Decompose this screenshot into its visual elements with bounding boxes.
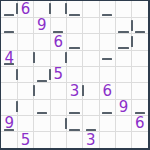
sudoku-cell[interactable] [1,83,17,99]
sudoku-cell[interactable] [1,132,17,148]
sudoku-cell-given[interactable]: 5 [50,66,66,82]
sudoku-cell[interactable] [66,50,82,66]
consecutive-mark-vertical [33,52,35,63]
consecutive-mark-horizontal [69,47,79,49]
board-inner: 696453699653 [1,1,148,148]
sudoku-cell[interactable] [50,83,66,99]
consecutive-mark-horizontal [86,129,96,131]
sudoku-cell[interactable] [50,50,66,66]
sudoku-cell[interactable] [99,115,115,131]
sudoku-cell[interactable] [66,17,82,33]
sudoku-cell-given[interactable]: 9 [34,17,50,33]
sudoku-cell[interactable] [34,83,50,99]
sudoku-cell[interactable] [115,115,131,131]
sudoku-cell[interactable] [83,99,99,115]
consecutive-mark-vertical [131,36,133,47]
sudoku-cell[interactable] [34,115,50,131]
sudoku-cell[interactable] [17,115,33,131]
sudoku-cell[interactable] [50,132,66,148]
sudoku-cell[interactable] [1,99,17,115]
sudoku-cell[interactable] [34,34,50,50]
sudoku-cell[interactable] [115,132,131,148]
sudoku-cell[interactable] [99,17,115,33]
sudoku-cell-given[interactable]: 3 [83,132,99,148]
consecutive-mark-horizontal [37,80,47,82]
sudoku-cell[interactable] [17,83,33,99]
sudoku-cell[interactable] [17,34,33,50]
consecutive-mark-horizontal [135,31,145,33]
consecutive-mark-vertical [131,20,133,31]
sudoku-cell[interactable] [115,50,131,66]
sudoku-cell[interactable] [50,115,66,131]
consecutive-mark-horizontal [118,31,128,33]
sudoku-cell[interactable] [50,1,66,17]
sudoku-cell[interactable] [132,66,148,82]
sudoku-cell[interactable] [83,66,99,82]
sudoku-cell[interactable] [34,132,50,148]
sudoku-cell[interactable] [115,1,131,17]
consecutive-mark-horizontal [4,31,14,33]
sudoku-cell[interactable] [17,66,33,82]
sudoku-cell-given[interactable]: 6 [99,83,115,99]
consecutive-mark-vertical [49,69,51,80]
consecutive-mark-horizontal [118,47,128,49]
sudoku-cell[interactable] [50,99,66,115]
sudoku-cell[interactable] [17,50,33,66]
sudoku-board: 696453699653 [0,0,150,150]
sudoku-cell[interactable] [66,66,82,82]
sudoku-cell[interactable] [83,50,99,66]
sudoku-cell[interactable] [1,34,17,50]
sudoku-cell[interactable] [83,34,99,50]
sudoku-cell-given[interactable]: 6 [132,115,148,131]
sudoku-cell-given[interactable]: 5 [17,132,33,148]
sudoku-cell-given[interactable]: 3 [66,83,82,99]
sudoku-cell[interactable] [34,50,50,66]
sudoku-cell[interactable] [115,83,131,99]
sudoku-cell[interactable] [83,17,99,33]
consecutive-mark-vertical [82,85,84,96]
consecutive-mark-vertical [33,85,35,96]
sudoku-cell-given[interactable]: 6 [17,1,33,17]
consecutive-mark-horizontal [4,129,14,131]
consecutive-mark-vertical [49,3,51,14]
sudoku-cell[interactable] [132,34,148,50]
sudoku-cell[interactable] [66,132,82,148]
sudoku-cell[interactable] [132,132,148,148]
consecutive-mark-horizontal [69,129,79,131]
sudoku-cell[interactable] [34,1,50,17]
sudoku-cell[interactable] [132,50,148,66]
sudoku-cell[interactable] [17,99,33,115]
cell-center-dash-mark [102,58,112,60]
sudoku-cell[interactable] [17,17,33,33]
sudoku-cell[interactable] [99,132,115,148]
sudoku-cell-given[interactable]: 9 [115,99,131,115]
sudoku-cell[interactable] [1,66,17,82]
sudoku-cell[interactable] [83,1,99,17]
sudoku-cell[interactable] [99,34,115,50]
sudoku-cell[interactable] [115,66,131,82]
sudoku-cell[interactable] [132,83,148,99]
consecutive-mark-horizontal [53,31,63,33]
sudoku-cell[interactable] [83,83,99,99]
sudoku-cell-given[interactable]: 6 [50,34,66,50]
sudoku-cell[interactable] [99,66,115,82]
sudoku-cell[interactable] [132,1,148,17]
